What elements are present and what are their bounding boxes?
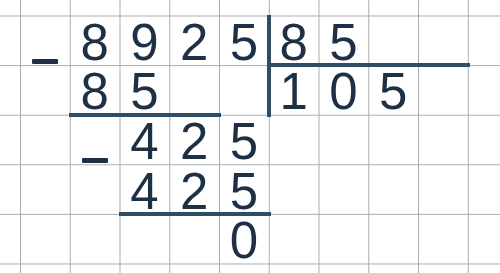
digit-cell: 1: [269, 65, 319, 115]
digit-cell: 0: [319, 65, 369, 115]
digit-cell: 2: [169, 115, 219, 165]
division-board: 892585851054254250: [0, 0, 500, 273]
underline-divisor: [268, 63, 470, 67]
digit-cell: 5: [219, 16, 269, 66]
digit-cell: 5: [368, 65, 418, 115]
minus-sign: [32, 59, 58, 64]
minus-sign: [82, 158, 108, 163]
digit-cell: 5: [219, 164, 269, 214]
digit-cell: 8: [70, 65, 120, 115]
digit-cell: 4: [120, 115, 170, 165]
underline-second-subtrahend: [119, 212, 271, 216]
digit-cell: 4: [120, 164, 170, 214]
digit-cell: 2: [169, 164, 219, 214]
digit-cell: 8: [269, 16, 319, 66]
digit-cell: 5: [219, 115, 269, 165]
digit-cell: 2: [169, 16, 219, 66]
digit-cell: 5: [319, 16, 369, 66]
digit-cell: 0: [219, 214, 269, 264]
digit-cell: 8: [70, 16, 120, 66]
digit-cell: 5: [120, 65, 170, 115]
underline-first-subtrahend: [69, 113, 221, 117]
digit-cell: 9: [120, 16, 170, 66]
